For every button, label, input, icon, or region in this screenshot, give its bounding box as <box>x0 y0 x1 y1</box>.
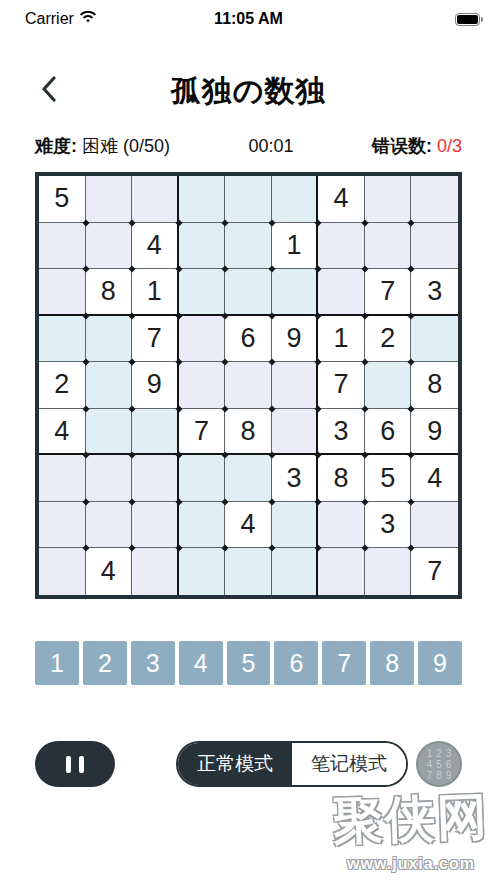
sudoku-cell-r4c4[interactable] <box>179 316 226 363</box>
sudoku-cell-r9c9[interactable]: 7 <box>411 548 458 595</box>
sudoku-cell-r2c7[interactable] <box>318 223 365 270</box>
sudoku-cell-r5c6[interactable] <box>272 362 319 409</box>
sudoku-cell-r4c7[interactable]: 1 <box>318 316 365 363</box>
sudoku-cell-r8c1[interactable] <box>39 502 86 549</box>
sudoku-cell-r8c8[interactable]: 3 <box>365 502 412 549</box>
numpad-key-8[interactable]: 8 <box>370 641 414 685</box>
sudoku-cell-r7c9[interactable]: 4 <box>411 455 458 502</box>
pause-icon <box>66 756 84 773</box>
numpad-key-1[interactable]: 1 <box>35 641 79 685</box>
sudoku-cell-r6c8[interactable]: 6 <box>365 409 412 456</box>
sudoku-cell-r4c8[interactable]: 2 <box>365 316 412 363</box>
sudoku-cell-r2c8[interactable] <box>365 223 412 270</box>
watermark-url: www.juxia.com <box>333 855 489 873</box>
sudoku-cell-r3c6[interactable] <box>272 269 319 316</box>
bottom-controls: 正常模式 笔记模式 123456789 <box>35 740 462 788</box>
sudoku-cell-r2c1[interactable] <box>39 223 86 270</box>
sudoku-cell-r1c2[interactable] <box>86 176 133 223</box>
sudoku-cell-r3c7[interactable] <box>318 269 365 316</box>
sudoku-cell-r6c4[interactable]: 7 <box>179 409 226 456</box>
sudoku-cell-r3c3[interactable]: 1 <box>132 269 179 316</box>
sudoku-cell-r7c6[interactable]: 3 <box>272 455 319 502</box>
numpad-key-2[interactable]: 2 <box>83 641 127 685</box>
info-row: 难度: 困难 (0/50) 00:01 错误数: 0/3 <box>35 134 462 158</box>
sudoku-cell-r2c9[interactable] <box>411 223 458 270</box>
sudoku-cell-r4c3[interactable]: 7 <box>132 316 179 363</box>
sudoku-cell-r1c4[interactable] <box>179 176 226 223</box>
sudoku-cell-r5c1[interactable]: 2 <box>39 362 86 409</box>
sudoku-cell-r6c3[interactable] <box>132 409 179 456</box>
sudoku-cell-r3c9[interactable]: 3 <box>411 269 458 316</box>
sudoku-cell-r6c5[interactable]: 8 <box>225 409 272 456</box>
sudoku-cell-r7c7[interactable]: 8 <box>318 455 365 502</box>
sudoku-cell-r8c2[interactable] <box>86 502 133 549</box>
sudoku-cell-r1c5[interactable] <box>225 176 272 223</box>
sudoku-cell-r1c7[interactable]: 4 <box>318 176 365 223</box>
battery-icon <box>455 13 483 26</box>
sudoku-cell-r9c6[interactable] <box>272 548 319 595</box>
notes-mode-button[interactable]: 笔记模式 <box>292 743 406 785</box>
notes-hint-digits: 123456789 <box>427 748 452 781</box>
sudoku-cell-r2c4[interactable] <box>179 223 226 270</box>
sudoku-cell-r8c5[interactable]: 4 <box>225 502 272 549</box>
sudoku-cell-r3c2[interactable]: 8 <box>86 269 133 316</box>
numpad-key-9[interactable]: 9 <box>418 641 462 685</box>
numpad-key-5[interactable]: 5 <box>227 641 271 685</box>
sudoku-cell-r4c1[interactable] <box>39 316 86 363</box>
sudoku-cell-r5c5[interactable] <box>225 362 272 409</box>
numpad-key-7[interactable]: 7 <box>322 641 366 685</box>
sudoku-cell-r9c5[interactable] <box>225 548 272 595</box>
watermark-title: 聚侠网 <box>332 783 490 855</box>
sudoku-cell-r7c4[interactable] <box>179 455 226 502</box>
sudoku-cell-r1c1[interactable]: 5 <box>39 176 86 223</box>
sudoku-cell-r7c8[interactable]: 5 <box>365 455 412 502</box>
sudoku-cell-r5c3[interactable]: 9 <box>132 362 179 409</box>
number-pad: 123456789 <box>35 641 462 685</box>
sudoku-cell-r8c3[interactable] <box>132 502 179 549</box>
notes-hint-button[interactable]: 123456789 <box>416 741 462 787</box>
difficulty-label: 难度: <box>35 136 77 156</box>
sudoku-cell-r6c6[interactable] <box>272 409 319 456</box>
sudoku-cell-r8c6[interactable] <box>272 502 319 549</box>
sudoku-cell-r2c5[interactable] <box>225 223 272 270</box>
sudoku-cell-r3c1[interactable] <box>39 269 86 316</box>
sudoku-cell-r2c6[interactable]: 1 <box>272 223 319 270</box>
header: 孤独の数独 <box>0 68 497 114</box>
sudoku-cell-r7c5[interactable] <box>225 455 272 502</box>
sudoku-cell-r7c2[interactable] <box>86 455 133 502</box>
sudoku-cell-r9c4[interactable] <box>179 548 226 595</box>
sudoku-cell-r6c7[interactable]: 3 <box>318 409 365 456</box>
sudoku-cell-r6c2[interactable] <box>86 409 133 456</box>
sudoku-cell-r1c3[interactable] <box>132 176 179 223</box>
status-bar: Carrier 11:05 AM <box>0 0 497 44</box>
mistakes-label: 错误数: <box>372 136 432 156</box>
sudoku-cell-r7c3[interactable] <box>132 455 179 502</box>
mode-toggle: 正常模式 笔记模式 <box>176 741 408 787</box>
sudoku-cell-r7c1[interactable] <box>39 455 86 502</box>
timer: 00:01 <box>248 136 293 157</box>
numpad-key-3[interactable]: 3 <box>131 641 175 685</box>
difficulty: 难度: 困难 (0/50) <box>35 134 170 158</box>
numpad-key-6[interactable]: 6 <box>274 641 318 685</box>
sudoku-cell-r5c2[interactable] <box>86 362 133 409</box>
sudoku-cell-r5c8[interactable] <box>365 362 412 409</box>
sudoku-cell-r1c6[interactable] <box>272 176 319 223</box>
sudoku-cell-r1c8[interactable] <box>365 176 412 223</box>
sudoku-cell-r9c8[interactable] <box>365 548 412 595</box>
mistakes-value: 0/3 <box>437 136 462 156</box>
sudoku-cell-r1c9[interactable] <box>411 176 458 223</box>
sudoku-cell-r9c7[interactable] <box>318 548 365 595</box>
sudoku-cell-r4c9[interactable] <box>411 316 458 363</box>
numpad-key-4[interactable]: 4 <box>179 641 223 685</box>
sudoku-cell-r3c8[interactable]: 7 <box>365 269 412 316</box>
sudoku-cell-r8c4[interactable] <box>179 502 226 549</box>
sudoku-board: 5441817376912297847836938544347 <box>35 172 462 599</box>
sudoku-cell-r6c1[interactable]: 4 <box>39 409 86 456</box>
sudoku-cell-r9c1[interactable] <box>39 548 86 595</box>
page-title: 孤独の数独 <box>171 71 327 112</box>
sudoku-grid: 5441817376912297847836938544347 <box>39 176 458 595</box>
sudoku-cell-r8c7[interactable] <box>318 502 365 549</box>
sudoku-cell-r4c6[interactable]: 9 <box>272 316 319 363</box>
back-button[interactable] <box>32 72 66 110</box>
sudoku-cell-r4c2[interactable] <box>86 316 133 363</box>
sudoku-cell-r2c3[interactable]: 4 <box>132 223 179 270</box>
watermark: 聚侠网 www.juxia.com <box>333 786 489 873</box>
sudoku-cell-r3c5[interactable] <box>225 269 272 316</box>
sudoku-cell-r5c4[interactable] <box>179 362 226 409</box>
difficulty-value: 困难 (0/50) <box>82 136 170 156</box>
sudoku-cell-r5c9[interactable]: 8 <box>411 362 458 409</box>
sudoku-cell-r5c7[interactable]: 7 <box>318 362 365 409</box>
normal-mode-button[interactable]: 正常模式 <box>178 743 292 785</box>
status-time: 11:05 AM <box>0 10 497 28</box>
mistakes: 错误数: 0/3 <box>372 134 462 158</box>
sudoku-cell-r3c4[interactable] <box>179 269 226 316</box>
chevron-left-icon <box>41 76 57 106</box>
sudoku-cell-r6c9[interactable]: 9 <box>411 409 458 456</box>
sudoku-cell-r8c9[interactable] <box>411 502 458 549</box>
sudoku-cell-r9c3[interactable] <box>132 548 179 595</box>
pause-button[interactable] <box>35 741 115 787</box>
sudoku-cell-r4c5[interactable]: 6 <box>225 316 272 363</box>
sudoku-cell-r2c2[interactable] <box>86 223 133 270</box>
sudoku-cell-r9c2[interactable]: 4 <box>86 548 133 595</box>
